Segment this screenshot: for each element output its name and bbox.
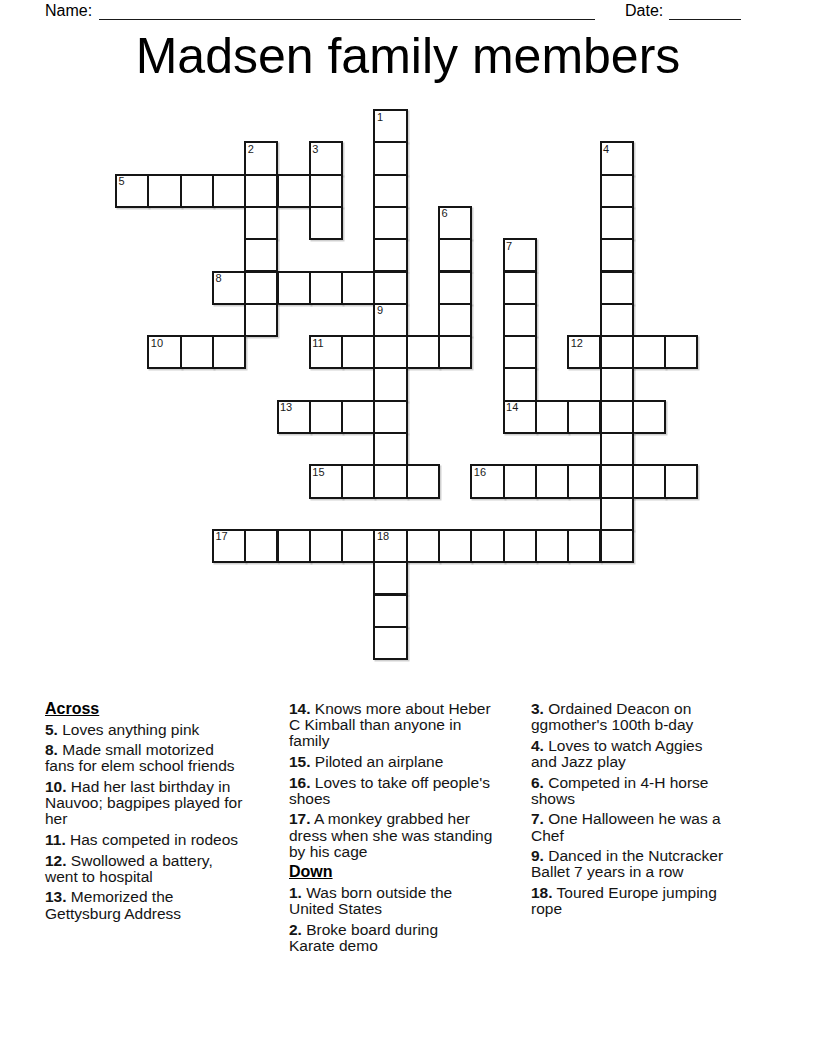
clue-number: 2 — [248, 144, 254, 155]
grid-cell[interactable] — [600, 497, 634, 531]
clue-number: 4 — [603, 144, 609, 155]
grid-cell[interactable] — [567, 400, 601, 434]
grid-cell[interactable] — [373, 174, 407, 208]
grid-cell[interactable] — [341, 271, 375, 305]
clue-down-9: 9. Danced in the Nutcracker Ballet 7 yea… — [531, 848, 777, 880]
grid-cell[interactable] — [600, 529, 634, 563]
clue-number: 6 — [442, 208, 448, 219]
grid-cell[interactable] — [600, 464, 634, 498]
grid-cell[interactable] — [373, 626, 407, 660]
grid-cell[interactable] — [373, 594, 407, 628]
clue-down-3: 3. Ordained Deacon on ggmother's 100th b… — [531, 701, 777, 733]
clue-number: 10 — [151, 338, 163, 349]
clue-number: 7 — [506, 241, 512, 252]
grid-cell[interactable] — [664, 335, 698, 369]
grid-cell[interactable] — [503, 303, 537, 337]
grid-cell[interactable] — [600, 432, 634, 466]
grid-cell[interactable] — [535, 529, 569, 563]
clue-across-12: 12. Swollowed a battery, went to hospita… — [45, 853, 291, 885]
clue-down-6: 6. Competed in 4-H horse shows — [531, 775, 777, 807]
grid-cell[interactable] — [567, 529, 601, 563]
grid-cell[interactable] — [470, 529, 504, 563]
grid-cell[interactable] — [309, 271, 343, 305]
down-header: Down — [289, 864, 535, 880]
grid-cell[interactable] — [438, 271, 472, 305]
clue-number: 9 — [377, 305, 383, 316]
grid-cell[interactable] — [341, 529, 375, 563]
grid-cell[interactable] — [180, 335, 214, 369]
grid-cell[interactable] — [535, 464, 569, 498]
grid-cell[interactable] — [632, 400, 666, 434]
clue-across-11: 11. Has competed in rodeos — [45, 832, 291, 848]
clue-across-17: 17. A monkey grabbed her dress when she … — [289, 811, 535, 860]
grid-cell[interactable] — [503, 367, 537, 401]
clue-across-8: 8. Made small motorized fans for elem sc… — [45, 742, 291, 774]
grid-cell[interactable] — [438, 238, 472, 272]
clue-number: 16 — [474, 467, 486, 478]
grid-cell[interactable] — [341, 400, 375, 434]
clue-across-10: 10. Had her last birthday in Nauvoo; bag… — [45, 779, 291, 828]
grid-cell[interactable] — [309, 400, 343, 434]
clue-down-18: 18. Toured Europe jumping rope — [531, 885, 777, 917]
grid-cell[interactable] — [600, 271, 634, 305]
grid-cell[interactable] — [438, 529, 472, 563]
worksheet-page: Name: Date: Madsen family members 123456… — [0, 0, 816, 1056]
clue-number: 8 — [215, 273, 221, 284]
grid-cell[interactable] — [406, 464, 440, 498]
clue-number: 18 — [377, 531, 389, 542]
grid-cell[interactable] — [503, 529, 537, 563]
grid-cell[interactable] — [244, 303, 278, 337]
across-header: Across — [45, 701, 291, 717]
clue-number: 17 — [215, 531, 227, 542]
clue-number: 5 — [119, 176, 125, 187]
grid-cell[interactable] — [244, 174, 278, 208]
grid-cell[interactable] — [373, 464, 407, 498]
grid-cell[interactable] — [277, 529, 311, 563]
grid-cell[interactable] — [503, 271, 537, 305]
grid-cell[interactable] — [244, 529, 278, 563]
clue-across-15: 15. Piloted an airplane — [289, 754, 535, 770]
clue-across-13: 13. Memorized the Gettysburg Address — [45, 889, 291, 921]
clue-down-4: 4. Loves to watch Aggies and Jazz play — [531, 738, 777, 770]
grid-cell[interactable] — [373, 400, 407, 434]
grid-cell[interactable] — [147, 174, 181, 208]
crossword-grid: 123456789101112131415161718 — [0, 0, 816, 700]
grid-cell[interactable] — [309, 529, 343, 563]
clue-number: 11 — [312, 338, 323, 349]
grid-cell[interactable] — [244, 238, 278, 272]
grid-cell[interactable] — [438, 303, 472, 337]
clue-number: 1 — [377, 112, 383, 123]
clue-across-14: 14. Knows more about Heber C Kimball tha… — [289, 701, 535, 750]
grid-cell[interactable] — [341, 335, 375, 369]
clue-column-right: 3. Ordained Deacon on ggmother's 100th b… — [531, 701, 777, 922]
grid-cell[interactable] — [244, 271, 278, 305]
grid-cell[interactable] — [244, 206, 278, 240]
grid-cell[interactable] — [373, 432, 407, 466]
clue-across-16: 16. Loves to take off people's shoes — [289, 775, 535, 807]
clue-column-left: Across5. Loves anything pink8. Made smal… — [45, 701, 291, 926]
clue-across-5: 5. Loves anything pink — [45, 722, 291, 738]
clue-number: 12 — [571, 338, 583, 349]
grid-cell[interactable] — [373, 335, 407, 369]
grid-cell[interactable] — [600, 206, 634, 240]
grid-cell[interactable] — [341, 464, 375, 498]
grid-cell[interactable] — [373, 271, 407, 305]
grid-cell[interactable] — [503, 335, 537, 369]
clue-down-7: 7. One Halloween he was a Chef — [531, 811, 777, 843]
grid-cell[interactable] — [632, 464, 666, 498]
clue-down-2: 2. Broke board during Karate demo — [289, 922, 535, 954]
grid-cell[interactable] — [600, 335, 634, 369]
clue-number: 13 — [280, 402, 292, 413]
grid-cell[interactable] — [373, 206, 407, 240]
clue-number: 3 — [312, 144, 318, 155]
clue-down-1: 1. Was born outside the United States — [289, 885, 535, 917]
grid-cell[interactable] — [373, 561, 407, 595]
grid-cell[interactable] — [406, 335, 440, 369]
grid-cell[interactable] — [600, 174, 634, 208]
grid-cell[interactable] — [309, 206, 343, 240]
grid-cell[interactable] — [212, 335, 246, 369]
grid-cell[interactable] — [567, 464, 601, 498]
grid-cell[interactable] — [600, 400, 634, 434]
clue-number: 15 — [312, 467, 324, 478]
grid-cell[interactable] — [600, 303, 634, 337]
clue-number: 14 — [506, 402, 518, 413]
grid-cell[interactable] — [180, 174, 214, 208]
grid-cell[interactable] — [406, 529, 440, 563]
grid-cell[interactable] — [632, 335, 666, 369]
grid-cell[interactable] — [600, 238, 634, 272]
grid-cell[interactable] — [373, 367, 407, 401]
clue-column-middle: 14. Knows more about Heber C Kimball tha… — [289, 701, 535, 959]
grid-cell[interactable] — [373, 141, 407, 175]
grid-cell[interactable] — [503, 464, 537, 498]
grid-cell[interactable] — [309, 174, 343, 208]
grid-cell[interactable] — [664, 464, 698, 498]
grid-cell[interactable] — [535, 400, 569, 434]
grid-cell[interactable] — [373, 238, 407, 272]
grid-cell[interactable] — [212, 174, 246, 208]
grid-cell[interactable] — [438, 335, 472, 369]
grid-cell[interactable] — [600, 367, 634, 401]
grid-cell[interactable] — [277, 174, 311, 208]
grid-cell[interactable] — [277, 271, 311, 305]
